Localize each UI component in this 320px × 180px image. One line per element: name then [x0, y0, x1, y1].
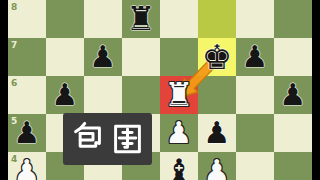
piece-black-pawn-f5[interactable]: ♟ [198, 114, 236, 152]
piece-layer: ♜♟♚♟♟♜♟♟♟♟♟♝♟ [8, 0, 312, 180]
caption-box: 包围 [63, 113, 152, 165]
letterbox-left [0, 0, 8, 180]
piece-black-pawn-c7[interactable]: ♟ [84, 38, 122, 76]
piece-white-pawn-e5[interactable]: ♟ [160, 114, 198, 152]
caption-text: 包围 [107, 139, 108, 140]
piece-black-pawn-h6[interactable]: ♟ [274, 76, 312, 114]
piece-black-pawn-b6[interactable]: ♟ [46, 76, 84, 114]
caption-glyph-wei-icon [111, 120, 144, 158]
highlight-f8 [198, 0, 236, 38]
letterbox-right [312, 0, 320, 180]
piece-black-pawn-a5[interactable]: ♟ [8, 114, 46, 152]
rank-label-6: 6 [11, 78, 17, 88]
rank-label-7: 7 [11, 40, 17, 50]
piece-black-king-f7[interactable]: ♚ [198, 38, 236, 76]
rank-label-8: 8 [11, 2, 17, 12]
piece-white-rook-e6[interactable]: ♜ [160, 76, 198, 114]
video-frame: ♜♟♚♟♟♜♟♟♟♟♟♝♟ 87654 包围 [0, 0, 320, 180]
piece-white-pawn-f4[interactable]: ♟ [198, 152, 236, 180]
caption-glyph-bao-icon [71, 120, 104, 158]
piece-black-pawn-g7[interactable]: ♟ [236, 38, 274, 76]
piece-black-bishop-e4[interactable]: ♝ [160, 152, 198, 180]
piece-black-rook-d8[interactable]: ♜ [122, 0, 160, 38]
chess-board[interactable]: ♜♟♚♟♟♜♟♟♟♟♟♝♟ 87654 [8, 0, 312, 180]
piece-white-pawn-a4[interactable]: ♟ [8, 152, 46, 180]
